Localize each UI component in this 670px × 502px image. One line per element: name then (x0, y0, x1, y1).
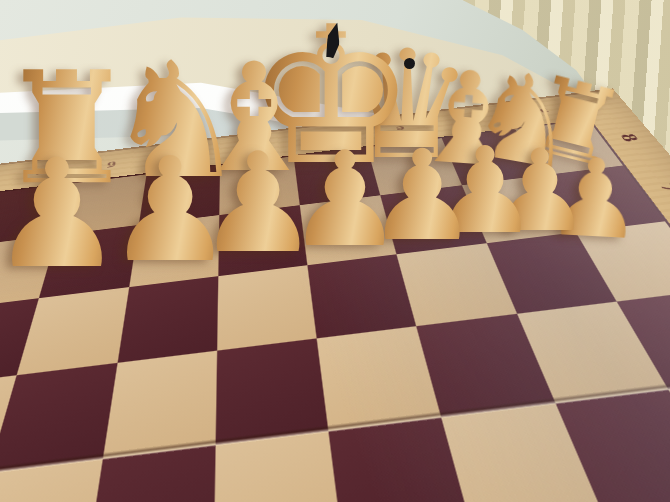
pawn-piece: ♟ (105, 138, 234, 282)
chess-photo-scene: абвгдежз 87654321 87654321 ♜♞♝♚♛♝♞♜♟♟♟♟♟… (0, 0, 670, 502)
pawn-piece: ♟ (0, 139, 124, 289)
pieces-layer: ♜♞♝♚♛♝♞♜♟♟♟♟♟♟♟♟ (0, 0, 670, 502)
queen-finial (404, 58, 415, 69)
